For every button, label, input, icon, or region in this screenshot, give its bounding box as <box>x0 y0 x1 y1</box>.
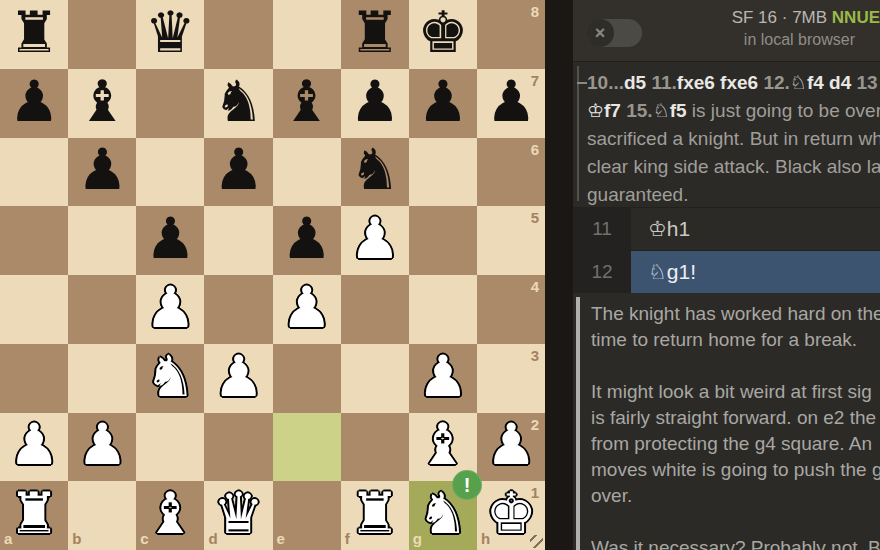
square-g6[interactable] <box>409 138 477 207</box>
square-a8[interactable]: ♜ <box>0 0 68 69</box>
comment-line: Was it necessary? Probably not. Bu <box>591 535 880 550</box>
square-b5[interactable] <box>68 206 136 275</box>
pgn-move[interactable]: d5 <box>624 72 651 93</box>
square-b4[interactable] <box>68 275 136 344</box>
square-e5[interactable]: ♟ <box>273 206 341 275</box>
engine-name: SF 16 · 7MB <box>732 8 827 27</box>
square-d6[interactable]: ♟ <box>204 138 272 207</box>
pgn-move[interactable]: ♘f5 <box>653 100 692 121</box>
toggle-knob: × <box>586 19 614 47</box>
pgn-move-number: 11. <box>651 72 676 93</box>
pgn-move-number: 10... <box>587 72 624 93</box>
rank-label-7: 7 <box>531 73 539 88</box>
comment-collapse-line <box>577 66 579 201</box>
square-e6[interactable] <box>273 138 341 207</box>
black-king[interactable]: ♚ <box>417 4 468 65</box>
file-label-e: e <box>277 531 285 546</box>
black-pawn[interactable]: ♟ <box>145 210 196 271</box>
comment-line: time to return home for a break. <box>591 327 880 353</box>
file-label-a: a <box>4 531 12 546</box>
black-pawn[interactable]: ♟ <box>77 141 128 202</box>
engine-header: × SF 16 · 7MB NNUE in local browser <box>573 0 880 62</box>
square-a7[interactable]: ♟ <box>0 69 68 138</box>
white-bishop[interactable]: ♝ <box>145 485 196 546</box>
file-label-c: c <box>140 531 148 546</box>
board-panel-gap <box>545 0 573 550</box>
engine-subtitle: in local browser <box>732 31 880 49</box>
comment-line: The knight has worked hard on the <box>591 301 880 327</box>
pgn-move-number: 12. <box>763 72 789 93</box>
square-h4[interactable]: 4 <box>477 275 545 344</box>
pgn-move[interactable]: ♔f7 <box>587 100 626 121</box>
pgn-move-number: 15. <box>626 100 652 121</box>
black-pawn[interactable]: ♟ <box>417 73 468 134</box>
black-pawn[interactable]: ♟ <box>213 141 264 202</box>
white-king[interactable]: ♚ <box>485 485 536 546</box>
square-f5[interactable]: ♟ <box>341 206 409 275</box>
black-rook[interactable]: ♜ <box>9 4 60 65</box>
black-bishop[interactable]: ♝ <box>77 73 128 134</box>
square-b7[interactable]: ♝ <box>68 69 136 138</box>
pgn-comment-text: sacrificed a knight. But in return white <box>587 128 880 149</box>
square-a5[interactable] <box>0 206 68 275</box>
black-knight[interactable]: ♞ <box>349 141 400 202</box>
comment-blank-line <box>591 509 880 535</box>
pgn-comment-text: is just going to be overw <box>692 100 880 121</box>
square-e4[interactable]: ♟ <box>273 275 341 344</box>
square-h5[interactable]: 5 <box>477 206 545 275</box>
pgn-line: clear king side attack. Black also lacks <box>587 153 880 181</box>
square-e1[interactable]: e <box>273 481 341 550</box>
pgn-move-number: 13 <box>857 72 878 93</box>
comment-box: The knight has worked hard on thetime to… <box>576 297 880 550</box>
square-f4[interactable] <box>341 275 409 344</box>
square-c5[interactable]: ♟ <box>136 206 204 275</box>
collapse-minus-icon[interactable] <box>577 82 587 84</box>
nnue-badge: NNUE <box>832 8 880 27</box>
square-b6[interactable]: ♟ <box>68 138 136 207</box>
move-row-11: 11♔h1 <box>573 207 880 250</box>
black-knight[interactable]: ♞ <box>213 73 264 134</box>
square-a3[interactable] <box>0 344 68 413</box>
move-number: 12 <box>573 251 631 293</box>
pgn-comment-text: guaranteed. <box>587 184 688 205</box>
white-pawn[interactable]: ♟ <box>417 348 468 409</box>
black-pawn[interactable]: ♟ <box>349 73 400 134</box>
file-label-g: g <box>413 531 422 546</box>
square-d4[interactable] <box>204 275 272 344</box>
square-g3[interactable]: ♟ <box>409 344 477 413</box>
analysis-panel: × SF 16 · 7MB NNUE in local browser 10..… <box>573 0 880 550</box>
square-d2[interactable] <box>204 413 272 482</box>
good-move-badge: ! <box>452 470 482 500</box>
square-h2[interactable]: ♟2 <box>477 413 545 482</box>
file-label-h: h <box>481 531 490 546</box>
pgn-line: sacrificed a knight. But in return white <box>587 125 880 153</box>
square-b1[interactable]: b <box>68 481 136 550</box>
square-c3[interactable]: ♞ <box>136 344 204 413</box>
engine-toggle[interactable]: × <box>586 19 642 47</box>
white-pawn[interactable]: ♟ <box>281 279 332 340</box>
white-pawn[interactable]: ♟ <box>213 348 264 409</box>
square-g7[interactable]: ♟ <box>409 69 477 138</box>
move-row-12: 12♘g1! <box>573 250 880 293</box>
comment-line: moves white is going to push the g <box>591 457 880 483</box>
white-pawn[interactable]: ♟ <box>349 210 400 271</box>
square-g8[interactable]: ♚ <box>409 0 477 69</box>
square-h7[interactable]: ♟7 <box>477 69 545 138</box>
move-cell[interactable]: ♔h1 <box>631 208 880 250</box>
move-number: 11 <box>573 208 631 250</box>
pgn-comment-text: clear king side attack. Black also lacks <box>587 156 880 177</box>
comment-line: It might look a bit weird at first sig <box>591 379 880 405</box>
white-rook[interactable]: ♜ <box>349 485 400 546</box>
black-pawn[interactable]: ♟ <box>485 73 536 134</box>
black-queen[interactable]: ♛ <box>145 4 196 65</box>
square-e8[interactable] <box>273 0 341 69</box>
square-e2[interactable] <box>273 413 341 482</box>
square-h8[interactable]: 8 <box>477 0 545 69</box>
rank-label-8: 8 <box>531 4 539 19</box>
square-c6[interactable] <box>136 138 204 207</box>
move-list: 11♔h112♘g1! <box>573 207 880 293</box>
square-e7[interactable]: ♝ <box>273 69 341 138</box>
white-pawn[interactable]: ♟ <box>145 279 196 340</box>
square-g4[interactable] <box>409 275 477 344</box>
square-f6[interactable]: ♞ <box>341 138 409 207</box>
rank-label-2: 2 <box>531 417 539 432</box>
square-d8[interactable] <box>204 0 272 69</box>
square-f8[interactable]: ♜ <box>341 0 409 69</box>
square-d3[interactable]: ♟ <box>204 344 272 413</box>
square-a4[interactable] <box>0 275 68 344</box>
black-pawn[interactable]: ♟ <box>9 73 60 134</box>
move-cell[interactable]: ♘g1! <box>631 251 880 293</box>
square-c2[interactable] <box>136 413 204 482</box>
pgn-lines: 10...d5 11.fxe6 fxe6 12.♘f4 d4 13♔f7 15.… <box>587 69 880 207</box>
file-label-f: f <box>345 531 350 546</box>
pgn-line: ♔f7 15.♘f5 is just going to be overw <box>587 97 880 125</box>
file-label-b: b <box>72 531 81 546</box>
rank-label-3: 3 <box>531 348 539 363</box>
square-c4[interactable]: ♟ <box>136 275 204 344</box>
comment-line: is fairly straight forward. on e2 the <box>591 405 880 431</box>
engine-info: SF 16 · 7MB NNUE in local browser <box>732 8 880 49</box>
black-pawn[interactable]: ♟ <box>281 210 332 271</box>
pgn-move[interactable]: fxe6 fxe6 <box>677 72 764 93</box>
file-label-d: d <box>208 531 217 546</box>
square-c7[interactable] <box>136 69 204 138</box>
comment-blank-line <box>591 353 880 379</box>
square-h3[interactable]: 3 <box>477 344 545 413</box>
rank-label-4: 4 <box>531 279 539 294</box>
square-f1[interactable]: ♜f <box>341 481 409 550</box>
pgn-line: 10...d5 11.fxe6 fxe6 12.♘f4 d4 13 <box>587 69 880 97</box>
pgn-line: guaranteed. <box>587 181 880 207</box>
square-d7[interactable]: ♞ <box>204 69 272 138</box>
black-bishop[interactable]: ♝ <box>281 73 332 134</box>
comment-line: over. <box>591 483 880 509</box>
board-resize-handle[interactable] <box>530 535 543 548</box>
white-pawn[interactable]: ♟ <box>485 416 536 477</box>
rank-label-1: 1 <box>531 485 539 500</box>
analysis-pgn: 10...d5 11.fxe6 fxe6 12.♘f4 d4 13♔f7 15.… <box>573 62 880 207</box>
white-rook[interactable]: ♜ <box>9 485 60 546</box>
white-bishop[interactable]: ♝ <box>417 416 468 477</box>
square-a2[interactable]: ♟ <box>0 413 68 482</box>
square-f3[interactable] <box>341 344 409 413</box>
white-pawn[interactable]: ♟ <box>77 416 128 477</box>
square-b8[interactable] <box>68 0 136 69</box>
square-h6[interactable]: 6 <box>477 138 545 207</box>
square-f2[interactable] <box>341 413 409 482</box>
square-d1[interactable]: ♛d <box>204 481 272 550</box>
square-f7[interactable]: ♟ <box>341 69 409 138</box>
square-b2[interactable]: ♟ <box>68 413 136 482</box>
square-b3[interactable] <box>68 344 136 413</box>
white-queen[interactable]: ♛ <box>213 485 264 546</box>
square-a1[interactable]: ♜a <box>0 481 68 550</box>
x-icon: × <box>595 24 606 42</box>
analysis-page: ♜♛♜♚8♟♝♞♝♟♟♟7♟♟♞6♟♟♟5♟♟4♞♟♟3♟♟♝♟2♜ab♝c♛d… <box>0 0 880 550</box>
rank-label-5: 5 <box>531 210 539 225</box>
square-g5[interactable] <box>409 206 477 275</box>
black-rook[interactable]: ♜ <box>349 4 400 65</box>
white-pawn[interactable]: ♟ <box>9 416 60 477</box>
square-e3[interactable] <box>273 344 341 413</box>
square-d5[interactable] <box>204 206 272 275</box>
white-knight[interactable]: ♞ <box>145 348 196 409</box>
square-a6[interactable] <box>0 138 68 207</box>
square-c1[interactable]: ♝c <box>136 481 204 550</box>
pgn-move[interactable]: ♘f4 d4 <box>790 72 857 93</box>
square-c8[interactable]: ♛ <box>136 0 204 69</box>
rank-label-6: 6 <box>531 142 539 157</box>
comment-line: from protecting the g4 square. An <box>591 431 880 457</box>
chess-board: ♜♛♜♚8♟♝♞♝♟♟♟7♟♟♞6♟♟♟5♟♟4♞♟♟3♟♟♝♟2♜ab♝c♛d… <box>0 0 545 550</box>
